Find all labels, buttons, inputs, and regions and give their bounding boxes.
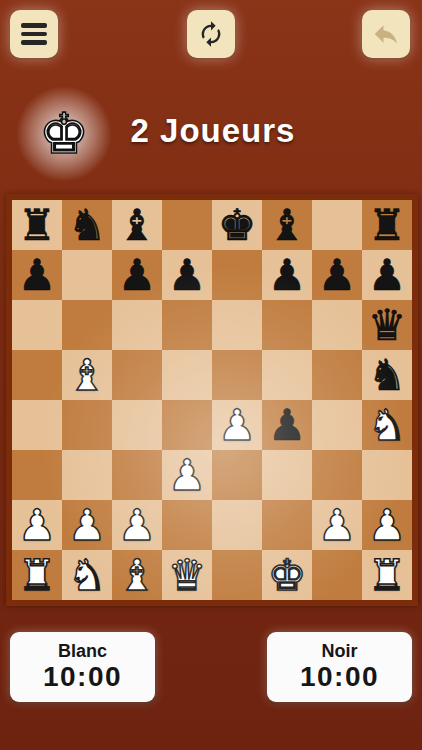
square-a4[interactable] [12,400,62,450]
square-b7[interactable] [62,250,112,300]
piece-white-bishop: ♝ [68,354,107,397]
black-clock-label: Noir [322,641,358,662]
square-c4[interactable] [112,400,162,450]
square-d2[interactable] [162,500,212,550]
square-a2[interactable]: ♟ [12,500,62,550]
piece-white-pawn: ♟ [18,504,57,547]
square-d1[interactable]: ♛ [162,550,212,600]
square-e6[interactable] [212,300,262,350]
square-b3[interactable] [62,450,112,500]
square-f4[interactable]: ♟ [262,400,312,450]
piece-black-rook: ♜ [368,204,407,247]
square-a8[interactable]: ♜ [12,200,62,250]
hamburger-icon [21,23,47,45]
refresh-button[interactable] [187,10,235,58]
square-g2[interactable]: ♟ [312,500,362,550]
piece-black-pawn: ♟ [268,404,307,447]
clock-row: Blanc 10:00 Noir 10:00 [10,632,412,702]
refresh-icon [197,20,225,48]
piece-black-pawn: ♟ [118,254,157,297]
piece-white-knight: ♞ [368,404,407,447]
white-clock: Blanc 10:00 [10,632,155,702]
piece-white-pawn: ♟ [118,504,157,547]
square-g8[interactable] [312,200,362,250]
piece-black-pawn: ♟ [18,254,57,297]
black-clock-time: 10:00 [300,662,379,693]
piece-white-queen: ♛ [168,554,207,597]
piece-black-pawn: ♟ [168,254,207,297]
square-e4[interactable]: ♟ [212,400,262,450]
square-f5[interactable] [262,350,312,400]
square-d5[interactable] [162,350,212,400]
square-f8[interactable]: ♝ [262,200,312,250]
square-h6[interactable]: ♛ [362,300,412,350]
square-a3[interactable] [12,450,62,500]
square-e5[interactable] [212,350,262,400]
black-clock: Noir 10:00 [267,632,412,702]
square-b2[interactable]: ♟ [62,500,112,550]
square-h5[interactable]: ♞ [362,350,412,400]
square-g7[interactable]: ♟ [312,250,362,300]
square-g4[interactable] [312,400,362,450]
square-e7[interactable] [212,250,262,300]
square-h3[interactable] [362,450,412,500]
square-e1[interactable] [212,550,262,600]
square-h1[interactable]: ♜ [362,550,412,600]
piece-black-pawn: ♟ [268,254,307,297]
square-h8[interactable]: ♜ [362,200,412,250]
white-clock-time: 10:00 [43,662,122,693]
piece-white-pawn: ♟ [218,404,257,447]
square-b5[interactable]: ♝ [62,350,112,400]
undo-arrow-icon [371,19,401,49]
square-g6[interactable] [312,300,362,350]
piece-white-rook: ♜ [368,554,407,597]
piece-black-bishop: ♝ [118,204,157,247]
piece-white-bishop: ♝ [118,554,157,597]
square-f3[interactable] [262,450,312,500]
chess-app-screen: { "game": "chess", "header": { "icon": "… [0,0,422,750]
square-e8[interactable]: ♚ [212,200,262,250]
piece-black-bishop: ♝ [268,204,307,247]
square-a1[interactable]: ♜ [12,550,62,600]
piece-white-pawn: ♟ [68,504,107,547]
square-f6[interactable] [262,300,312,350]
piece-black-pawn: ♟ [318,254,357,297]
undo-button[interactable] [362,10,410,58]
square-f2[interactable] [262,500,312,550]
piece-white-pawn: ♟ [318,504,357,547]
square-c8[interactable]: ♝ [112,200,162,250]
square-c6[interactable] [112,300,162,350]
piece-black-pawn: ♟ [368,254,407,297]
square-d8[interactable] [162,200,212,250]
chess-board: ♜♞♝♚♝♜♟♟♟♟♟♟♛♝♞♟♟♞♟♟♟♟♟♟♜♞♝♛♚♜ [6,194,418,606]
page-title: 2 Joueurs [100,112,326,150]
square-c3[interactable] [112,450,162,500]
square-d7[interactable]: ♟ [162,250,212,300]
piece-white-king: ♚ [268,554,307,597]
piece-white-pawn: ♟ [168,454,207,497]
square-b1[interactable]: ♞ [62,550,112,600]
square-d4[interactable] [162,400,212,450]
square-e2[interactable] [212,500,262,550]
square-d6[interactable] [162,300,212,350]
square-h7[interactable]: ♟ [362,250,412,300]
white-king-icon: ♚ [17,87,111,181]
square-a6[interactable] [12,300,62,350]
piece-white-knight: ♞ [68,554,107,597]
square-b8[interactable]: ♞ [62,200,112,250]
square-a7[interactable]: ♟ [12,250,62,300]
square-h2[interactable]: ♟ [362,500,412,550]
square-c7[interactable]: ♟ [112,250,162,300]
square-c5[interactable] [112,350,162,400]
square-d3[interactable]: ♟ [162,450,212,500]
square-e3[interactable] [212,450,262,500]
square-c2[interactable]: ♟ [112,500,162,550]
square-b4[interactable] [62,400,112,450]
piece-white-rook: ♜ [18,554,57,597]
square-f1[interactable]: ♚ [262,550,312,600]
piece-black-rook: ♜ [18,204,57,247]
square-b6[interactable] [62,300,112,350]
piece-white-pawn: ♟ [368,504,407,547]
square-f7[interactable]: ♟ [262,250,312,300]
square-a5[interactable] [12,350,62,400]
square-g3[interactable] [312,450,362,500]
piece-black-knight: ♞ [368,354,407,397]
white-clock-label: Blanc [58,641,107,662]
piece-black-king: ♚ [218,204,257,247]
square-g1[interactable] [312,550,362,600]
square-g5[interactable] [312,350,362,400]
piece-black-queen: ♛ [368,304,407,347]
menu-button[interactable] [10,10,58,58]
square-c1[interactable]: ♝ [112,550,162,600]
piece-black-knight: ♞ [68,204,107,247]
square-h4[interactable]: ♞ [362,400,412,450]
